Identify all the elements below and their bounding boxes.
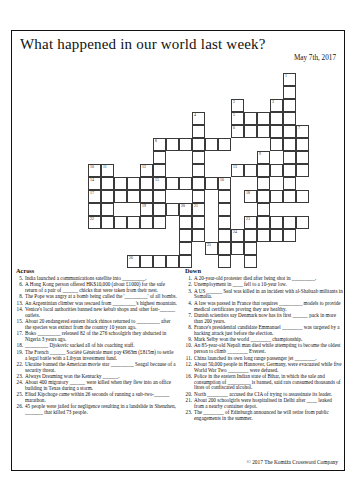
grid-cell[interactable] xyxy=(179,177,192,190)
down-clues-column: Down 1.A 20-year-old protester died afte… xyxy=(185,267,343,422)
cell-number: 26 xyxy=(129,256,133,260)
cell-number: 11 xyxy=(103,165,107,169)
clue-text: France's presidential candidate Emmanuel… xyxy=(194,325,343,337)
clue-item: 24.About 400 migratory ______ were kille… xyxy=(16,380,177,392)
cell-number: 8 xyxy=(155,139,157,143)
grid-cell[interactable] xyxy=(283,216,296,229)
clue-item: 23.The ________ of Edinburgh announced h… xyxy=(185,410,343,422)
clue-number: 10. xyxy=(185,343,194,355)
cell-number: 3 xyxy=(272,100,274,104)
grid-cell[interactable] xyxy=(244,242,257,255)
page-title: What happened in our world last week? xyxy=(20,36,266,53)
clue-text: A US ______ Seal was killed in an incide… xyxy=(194,289,343,301)
cell-number: 22 xyxy=(90,217,94,221)
grid-cell[interactable] xyxy=(270,138,283,151)
grid-cell[interactable]: 4 xyxy=(192,112,205,125)
across-clue-list: 5.India launched a communications satell… xyxy=(16,276,177,416)
grid-cell[interactable] xyxy=(218,216,231,229)
grid-cell[interactable] xyxy=(283,125,296,138)
grid-cell[interactable]: 9 xyxy=(257,151,270,164)
clue-number: 21. xyxy=(185,398,194,410)
clue-item: 16.Police in the eastern Indian state of… xyxy=(185,374,343,391)
cell-number: 16 xyxy=(220,178,224,182)
grid-cell[interactable] xyxy=(270,164,283,177)
clue-number: 19. xyxy=(16,350,25,362)
grid-cell[interactable]: 18 xyxy=(244,190,257,203)
grid-cell[interactable] xyxy=(127,190,140,203)
grid-cell[interactable] xyxy=(244,125,257,138)
grid-cell[interactable] xyxy=(257,125,270,138)
clue-number: 22. xyxy=(16,362,25,374)
copyright: © 2017 The Komiža Crossword Company xyxy=(247,459,338,465)
cell-number: 2 xyxy=(233,100,235,104)
grid-cell[interactable]: 13 xyxy=(231,164,244,177)
grid-cell[interactable]: 19 xyxy=(140,203,153,216)
grid-cell[interactable] xyxy=(270,229,283,242)
grid-cell[interactable]: 5 xyxy=(231,112,244,125)
grid-cell[interactable] xyxy=(231,242,244,255)
grid-cell[interactable] xyxy=(244,112,257,125)
cell-number: 23 xyxy=(246,217,250,221)
clue-number: 12. xyxy=(185,362,194,374)
grid-cell[interactable] xyxy=(140,177,153,190)
grid-cell[interactable] xyxy=(153,151,166,164)
crossword-page: What happened in our world last week? Ma… xyxy=(0,0,354,500)
grid-cell[interactable]: 2 xyxy=(231,99,244,112)
grid-cell[interactable] xyxy=(218,203,231,216)
grid-cell[interactable] xyxy=(179,242,192,255)
grid-cell[interactable]: 20 xyxy=(179,203,192,216)
grid-cell[interactable]: 23 xyxy=(244,216,257,229)
clue-number: 26. xyxy=(16,404,25,416)
cell-number: 19 xyxy=(142,204,146,208)
clue-number: 23. xyxy=(185,410,194,422)
cell-number: 21 xyxy=(194,204,198,208)
grid-cell[interactable] xyxy=(153,190,166,203)
clue-item: 22.Ukraine banned the American movie sta… xyxy=(16,362,177,374)
grid-cell[interactable] xyxy=(270,216,283,229)
grid-cell[interactable] xyxy=(166,138,179,151)
grid-cell[interactable] xyxy=(283,138,296,151)
cell-number: 24 xyxy=(233,230,237,234)
grid-cell[interactable] xyxy=(283,99,296,112)
grid-cell[interactable]: 11 xyxy=(101,164,114,177)
grid-cell[interactable] xyxy=(257,190,270,203)
clue-number: 17. xyxy=(16,331,25,343)
grid-cell[interactable] xyxy=(283,151,296,164)
cell-number: 6 xyxy=(233,126,235,130)
grid-cell[interactable] xyxy=(166,203,179,216)
grid-cell[interactable] xyxy=(114,190,127,203)
clue-item: 7.Danish scientists say Denmark now has … xyxy=(185,313,343,325)
grid-cell[interactable]: 22 xyxy=(88,216,101,229)
clue-number: 14. xyxy=(16,307,25,319)
clue-item: 19.The French ______ Société Générale mu… xyxy=(16,350,177,362)
grid-cell[interactable] xyxy=(257,216,270,229)
cell-number: 4 xyxy=(194,113,196,117)
grid-cell[interactable] xyxy=(114,177,127,190)
grid-cell[interactable] xyxy=(153,216,166,229)
grid-cell[interactable] xyxy=(283,86,296,99)
clue-number: 4. xyxy=(185,301,194,313)
page-date: May 7th, 2017 xyxy=(294,54,336,62)
grid-cell[interactable]: 17 xyxy=(88,190,101,203)
across-header: Across xyxy=(16,267,177,274)
clue-text: About 20 endangered eastern black rhinos… xyxy=(25,319,177,331)
clue-item: 21.About 200 schoolgirls were hospitalis… xyxy=(185,398,343,410)
grid-cell[interactable]: 6 xyxy=(231,125,244,138)
clue-text: The French ______ Société Générale must … xyxy=(25,350,177,362)
grid-cell[interactable] xyxy=(192,177,205,190)
clue-item: 26.45 people were jailed for negligence … xyxy=(16,404,177,416)
grid-cell[interactable] xyxy=(192,125,205,138)
grid-cell[interactable] xyxy=(270,112,283,125)
grid-cell[interactable] xyxy=(127,216,140,229)
grid-cell[interactable] xyxy=(192,190,205,203)
grid-cell[interactable]: 15 xyxy=(153,177,166,190)
grid-cell[interactable]: 16 xyxy=(218,177,231,190)
clue-number: 25. xyxy=(16,392,25,404)
grid-cell[interactable] xyxy=(218,242,231,255)
grid-cell[interactable]: 1 xyxy=(283,73,296,86)
clue-text: 45 people were jailed for negligence res… xyxy=(25,404,177,416)
grid-cell[interactable] xyxy=(270,190,283,203)
grid-cell[interactable] xyxy=(205,138,218,151)
cell-number: 5 xyxy=(233,113,235,117)
grid-cell[interactable] xyxy=(140,216,153,229)
clue-text: A Hong Kong person offered HK$10,000 (ab… xyxy=(25,282,177,294)
clue-text: About 400 migratory ______ were killed w… xyxy=(25,380,177,392)
grid-cell[interactable] xyxy=(283,164,296,177)
clue-number: 6. xyxy=(16,282,25,294)
grid-cell[interactable] xyxy=(257,112,270,125)
clue-item: 15.About 20 endangered eastern black rhi… xyxy=(16,319,177,331)
grid-cell[interactable] xyxy=(179,138,192,151)
cell-number: 15 xyxy=(155,178,159,182)
cell-number: 12 xyxy=(142,165,146,169)
grid-cell[interactable] xyxy=(296,190,309,203)
clue-number: 3. xyxy=(185,289,194,301)
grid-cell[interactable] xyxy=(88,203,101,216)
down-clue-list: 1.A 20-year-old protester died after bei… xyxy=(185,276,343,422)
grid-cell[interactable] xyxy=(283,112,296,125)
grid-cell[interactable] xyxy=(218,229,231,242)
cell-number: 13 xyxy=(233,165,237,169)
grid-cell[interactable] xyxy=(296,164,309,177)
grid-cell[interactable] xyxy=(192,216,205,229)
clue-number: 24. xyxy=(16,380,25,392)
grid-cell[interactable]: 10 xyxy=(88,164,101,177)
grid-cell[interactable] xyxy=(244,164,257,177)
grid-cell[interactable] xyxy=(218,190,231,203)
grid-cell[interactable] xyxy=(257,229,270,242)
grid-cell[interactable] xyxy=(283,177,296,190)
clue-text: An 85-year-old Nepali man died while att… xyxy=(194,343,343,355)
grid-cell[interactable] xyxy=(270,125,283,138)
grid-cell[interactable] xyxy=(244,229,257,242)
cell-number: 18 xyxy=(246,191,250,195)
clue-text: Boko _________ released 82 of the 276 sc… xyxy=(25,331,177,343)
clue-text: About 200 schoolgirls were hospitalised … xyxy=(194,398,343,410)
clue-item: 6.A Hong Kong person offered HK$10,000 (… xyxy=(16,282,177,294)
clue-number: 16. xyxy=(185,374,194,391)
grid-cell[interactable] xyxy=(205,177,218,190)
grid-cell[interactable] xyxy=(283,190,296,203)
clue-text: Danish scientists say Denmark now has it… xyxy=(194,313,343,325)
grid-cell[interactable] xyxy=(192,151,205,164)
clue-item: 14.Venice's local authorities banned new… xyxy=(16,307,177,319)
grid-cell[interactable]: 21 xyxy=(192,203,205,216)
grid-cell[interactable]: 8 xyxy=(153,138,166,151)
clue-item: 8.France's presidential candidate Emmanu… xyxy=(185,325,343,337)
clue-text: The ________ of Edinburgh announced he w… xyxy=(194,410,343,422)
grid-cell[interactable] xyxy=(283,229,296,242)
grid-cell[interactable] xyxy=(101,177,114,190)
cell-number: 1 xyxy=(285,74,287,78)
cell-number: 17 xyxy=(90,191,94,195)
cell-number: 7 xyxy=(298,126,300,130)
grid-cell[interactable] xyxy=(153,203,166,216)
clue-text: Police in the eastern Indian state of Bi… xyxy=(194,374,343,391)
clue-item: 4.A law was passed in France that requir… xyxy=(185,301,343,313)
grid-cell[interactable]: 25 xyxy=(205,242,218,255)
clue-number: 15. xyxy=(16,319,25,331)
grid-cell[interactable] xyxy=(296,216,309,229)
grid-cell[interactable] xyxy=(166,177,179,190)
clue-text: Eliud Kipchoge came within 26 seconds of… xyxy=(25,392,177,404)
clue-text: About 50,000 people in Hannover, Germany… xyxy=(194,362,343,374)
clue-item: 3.A US ______ Seal was killed in an inci… xyxy=(185,289,343,301)
grid-cell[interactable] xyxy=(192,229,205,242)
clue-text: Venice's local authorities banned new ke… xyxy=(25,307,177,319)
grid-cell[interactable] xyxy=(101,203,114,216)
clue-number: 8. xyxy=(185,325,194,337)
grid-cell[interactable] xyxy=(257,177,270,190)
grid-cell[interactable]: 3 xyxy=(270,99,283,112)
grid-cell[interactable] xyxy=(101,190,114,203)
grid-cell[interactable]: 14 xyxy=(88,177,101,190)
grid-cell[interactable] xyxy=(257,164,270,177)
grid-cell[interactable]: 24 xyxy=(231,229,244,242)
clue-item: 25.Eliud Kipchoge came within 26 seconds… xyxy=(16,392,177,404)
clue-item: 12.About 50,000 people in Hannover, Germ… xyxy=(185,362,343,374)
cell-number: 9 xyxy=(259,152,261,156)
across-clues-column: Across 5.India launched a communications… xyxy=(16,267,177,417)
grid-cell[interactable]: 12 xyxy=(140,164,153,177)
grid-cell[interactable] xyxy=(179,229,192,242)
grid-cell[interactable] xyxy=(192,164,205,177)
grid-cell[interactable] xyxy=(114,216,127,229)
cell-number: 20 xyxy=(181,204,185,208)
grid-cell[interactable]: 7 xyxy=(296,125,309,138)
clue-number: 7. xyxy=(185,313,194,325)
clue-item: 10.An 85-year-old Nepali man died while … xyxy=(185,343,343,355)
grid-cell[interactable] xyxy=(153,164,166,177)
grid-cell[interactable] xyxy=(179,216,192,229)
cell-number: 14 xyxy=(90,178,94,182)
clue-text: Ukraine banned the American movie star _… xyxy=(25,362,177,374)
grid-cell[interactable] xyxy=(140,190,153,203)
grid-cell[interactable] xyxy=(218,138,231,151)
cell-number: 10 xyxy=(90,165,94,169)
grid-cell[interactable] xyxy=(127,177,140,190)
grid-cell[interactable] xyxy=(192,138,205,151)
grid-cell[interactable] xyxy=(296,151,309,164)
down-header: Down xyxy=(185,267,343,274)
grid-cell[interactable] xyxy=(296,138,309,151)
grid-cell[interactable] xyxy=(101,216,114,229)
clue-text: A law was passed in France that requires… xyxy=(194,301,343,313)
clue-item: 17.Boko _________ released 82 of the 276… xyxy=(16,331,177,343)
cell-number: 25 xyxy=(207,243,211,247)
grid-cell[interactable] xyxy=(257,203,270,216)
